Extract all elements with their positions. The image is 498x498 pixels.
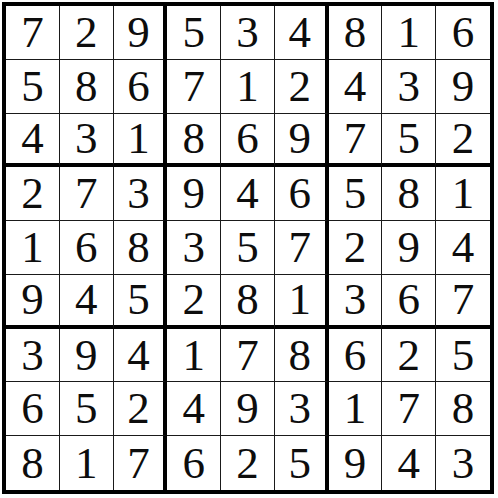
cell-r7c4: 1	[167, 329, 221, 383]
cell-r6c6: 1	[275, 275, 329, 329]
cell-r7c5: 7	[221, 329, 275, 383]
cell-r8c7: 1	[329, 382, 383, 436]
cell-r4c2: 7	[60, 167, 114, 221]
cell-r6c5: 8	[221, 275, 275, 329]
cell-r3c1: 4	[6, 114, 60, 168]
cell-r4c8: 8	[382, 167, 436, 221]
cell-r7c9: 5	[436, 329, 490, 383]
cell-r7c3: 4	[114, 329, 168, 383]
cell-r4c9: 1	[436, 167, 490, 221]
cell-r3c3: 1	[114, 114, 168, 168]
cell-r2c5: 1	[221, 60, 275, 114]
cell-r3c8: 5	[382, 114, 436, 168]
cell-r9c7: 9	[329, 436, 383, 490]
cell-r8c6: 3	[275, 382, 329, 436]
cell-r1c5: 3	[221, 6, 275, 60]
cell-r9c9: 3	[436, 436, 490, 490]
cell-r1c8: 1	[382, 6, 436, 60]
cell-r4c3: 3	[114, 167, 168, 221]
cell-r2c8: 3	[382, 60, 436, 114]
cell-r7c6: 8	[275, 329, 329, 383]
cell-r3c6: 9	[275, 114, 329, 168]
cell-r6c8: 6	[382, 275, 436, 329]
cell-r1c7: 8	[329, 6, 383, 60]
cell-r7c8: 2	[382, 329, 436, 383]
cell-r6c9: 7	[436, 275, 490, 329]
page: 7295348165867124394318697522739465811683…	[0, 0, 498, 498]
cell-r8c4: 4	[167, 382, 221, 436]
cell-r4c6: 6	[275, 167, 329, 221]
cell-r2c1: 5	[6, 60, 60, 114]
cell-r9c5: 2	[221, 436, 275, 490]
cell-r8c3: 2	[114, 382, 168, 436]
cell-r6c2: 4	[60, 275, 114, 329]
cell-r2c4: 7	[167, 60, 221, 114]
cell-r5c3: 8	[114, 221, 168, 275]
cell-r1c6: 4	[275, 6, 329, 60]
cell-r6c1: 9	[6, 275, 60, 329]
cell-r1c1: 7	[6, 6, 60, 60]
cell-r9c2: 1	[60, 436, 114, 490]
cell-r9c6: 5	[275, 436, 329, 490]
sudoku-board: 7295348165867124394318697522739465811683…	[2, 2, 494, 494]
cell-r5c2: 6	[60, 221, 114, 275]
cell-r6c4: 2	[167, 275, 221, 329]
cell-r8c2: 5	[60, 382, 114, 436]
cell-r4c4: 9	[167, 167, 221, 221]
cell-r7c1: 3	[6, 329, 60, 383]
cell-r8c1: 6	[6, 382, 60, 436]
cell-r4c7: 5	[329, 167, 383, 221]
cell-r4c5: 4	[221, 167, 275, 221]
cell-r3c4: 8	[167, 114, 221, 168]
cell-r8c9: 8	[436, 382, 490, 436]
cell-r5c7: 2	[329, 221, 383, 275]
cell-r2c7: 4	[329, 60, 383, 114]
cell-r1c4: 5	[167, 6, 221, 60]
cell-r5c6: 7	[275, 221, 329, 275]
cell-r8c8: 7	[382, 382, 436, 436]
cell-r1c2: 2	[60, 6, 114, 60]
cell-r8c5: 9	[221, 382, 275, 436]
cell-r3c5: 6	[221, 114, 275, 168]
cell-r5c5: 5	[221, 221, 275, 275]
cell-r9c4: 6	[167, 436, 221, 490]
cell-r2c9: 9	[436, 60, 490, 114]
cell-r6c3: 5	[114, 275, 168, 329]
cell-r3c9: 2	[436, 114, 490, 168]
cell-r5c9: 4	[436, 221, 490, 275]
cell-r9c1: 8	[6, 436, 60, 490]
cell-r5c1: 1	[6, 221, 60, 275]
cell-r2c2: 8	[60, 60, 114, 114]
cell-r7c2: 9	[60, 329, 114, 383]
cell-r4c1: 2	[6, 167, 60, 221]
cell-r5c4: 3	[167, 221, 221, 275]
cell-r6c7: 3	[329, 275, 383, 329]
cell-r1c3: 9	[114, 6, 168, 60]
cell-r9c3: 7	[114, 436, 168, 490]
cell-r9c8: 4	[382, 436, 436, 490]
cell-r2c3: 6	[114, 60, 168, 114]
cell-r2c6: 2	[275, 60, 329, 114]
cell-r1c9: 6	[436, 6, 490, 60]
cell-r3c2: 3	[60, 114, 114, 168]
cell-r5c8: 9	[382, 221, 436, 275]
cell-r7c7: 6	[329, 329, 383, 383]
cell-r3c7: 7	[329, 114, 383, 168]
